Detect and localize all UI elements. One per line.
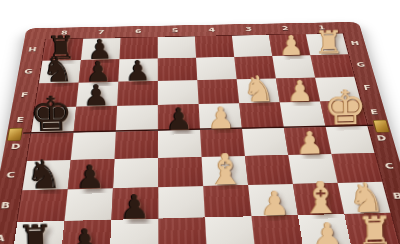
square-d5[interactable] <box>158 130 202 158</box>
square-a5[interactable] <box>158 217 207 244</box>
square-e8[interactable]: ♚ <box>31 107 76 134</box>
square-b6[interactable]: ♟ <box>111 187 158 220</box>
square-g5[interactable] <box>158 58 198 81</box>
square-a1[interactable]: ♜ <box>344 213 399 244</box>
square-a8[interactable]: ♜ <box>12 221 64 244</box>
piece-white-bishop[interactable]: ♝ <box>301 175 342 220</box>
square-e7[interactable] <box>74 106 118 133</box>
piece-white-pawn[interactable]: ♟ <box>296 128 324 160</box>
piece-black-pawn[interactable]: ♟ <box>125 57 151 86</box>
piece-black-pawn[interactable]: ♟ <box>83 81 110 111</box>
square-b4[interactable] <box>203 185 251 217</box>
square-c5[interactable] <box>158 157 203 187</box>
file-label-left-H: H <box>21 39 45 61</box>
square-c4[interactable]: ♝ <box>202 156 249 186</box>
square-d1[interactable] <box>326 126 375 154</box>
rank-label-top-7: 7 <box>83 28 120 35</box>
piece-black-knight[interactable]: ♞ <box>26 155 63 196</box>
square-e5[interactable]: ♟ <box>158 104 200 130</box>
rank-label-top-3: 3 <box>230 26 268 33</box>
piece-white-rook[interactable]: ♜ <box>315 27 344 59</box>
square-b2[interactable]: ♝ <box>293 183 344 215</box>
rank-label-top-5: 5 <box>157 27 194 34</box>
square-e6[interactable] <box>116 105 158 132</box>
square-a2[interactable]: ♟ <box>298 214 351 244</box>
piece-white-knight[interactable]: ♞ <box>243 71 276 107</box>
square-c6[interactable] <box>113 158 158 188</box>
square-f7[interactable]: ♟ <box>76 82 118 107</box>
square-h3[interactable] <box>232 35 272 57</box>
piece-white-pawn[interactable]: ♟ <box>312 218 344 244</box>
square-c7[interactable]: ♟ <box>68 159 115 189</box>
square-h5[interactable] <box>158 36 196 58</box>
square-h4[interactable] <box>195 36 234 58</box>
square-a4[interactable] <box>205 216 255 244</box>
square-a6[interactable] <box>110 219 159 244</box>
file-label-right-H: H <box>343 33 368 54</box>
piece-white-pawn[interactable]: ♟ <box>287 77 314 107</box>
piece-black-pawn[interactable]: ♟ <box>75 161 105 194</box>
piece-white-rook[interactable]: ♜ <box>357 211 394 244</box>
rank-label-top-1: 1 <box>303 24 341 31</box>
square-d2[interactable]: ♟ <box>284 127 332 155</box>
piece-white-pawn[interactable]: ♟ <box>279 32 304 60</box>
square-c8[interactable]: ♞ <box>22 160 70 191</box>
rank-label-top-4: 4 <box>193 26 230 33</box>
square-g8[interactable]: ♞ <box>39 60 81 83</box>
square-e4[interactable]: ♟ <box>199 103 242 129</box>
square-a3[interactable] <box>251 215 303 244</box>
product-photo-scene: ♜♟♟♜♞♟♟♟♞♟♚♟♟♚♟♞♟♝♟♟♝♞♜♟♟♜ 8877665544332… <box>0 0 400 244</box>
piece-black-pawn[interactable]: ♟ <box>119 190 150 224</box>
square-g6[interactable]: ♟ <box>118 58 158 81</box>
square-a7[interactable]: ♟ <box>61 220 111 244</box>
rank-label-top-2: 2 <box>267 25 305 32</box>
square-f3[interactable]: ♞ <box>237 78 280 103</box>
piece-white-pawn[interactable]: ♟ <box>259 187 290 221</box>
rank-label-top-8: 8 <box>45 29 83 36</box>
piece-white-pawn[interactable]: ♟ <box>207 103 235 134</box>
square-d3[interactable] <box>242 128 288 156</box>
file-label-left-G: G <box>16 60 40 83</box>
piece-black-pawn[interactable]: ♟ <box>165 104 193 135</box>
board-grid: ♜♟♟♜♞♟♟♟♞♟♚♟♟♚♟♞♟♝♟♟♝♞♜♟♟♜ <box>11 33 400 244</box>
rank-label-top-6: 6 <box>120 28 157 35</box>
square-b3[interactable]: ♟ <box>248 184 298 216</box>
square-h1[interactable]: ♜ <box>306 33 348 55</box>
square-b5[interactable] <box>158 186 205 219</box>
square-e3[interactable] <box>239 102 284 128</box>
square-d7[interactable] <box>71 132 116 160</box>
piece-black-king[interactable]: ♚ <box>30 89 74 138</box>
square-g4[interactable] <box>196 57 237 80</box>
piece-black-rook[interactable]: ♜ <box>17 220 54 244</box>
square-h2[interactable]: ♟ <box>269 34 310 56</box>
piece-white-bishop[interactable]: ♝ <box>206 147 245 191</box>
square-e1[interactable]: ♚ <box>320 101 367 127</box>
piece-black-pawn[interactable]: ♟ <box>69 224 101 244</box>
chessboard: ♜♟♟♜♞♟♟♟♞♟♚♟♟♚♟♞♟♝♟♟♝♞♜♟♟♜ 8877665544332… <box>0 22 400 244</box>
square-d6[interactable] <box>114 131 158 159</box>
square-c3[interactable] <box>245 155 293 185</box>
piece-black-knight[interactable]: ♞ <box>42 52 74 88</box>
